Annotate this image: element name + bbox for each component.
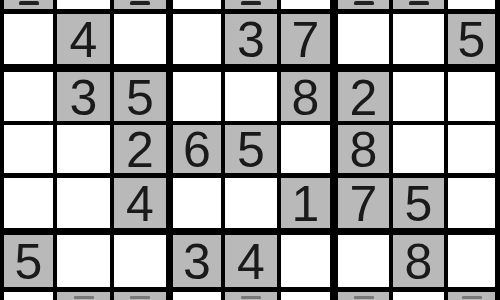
cell-r1-c6 (281, 0, 330, 9)
cell-r2-c9: 5 (448, 14, 495, 64)
cell-r1-c8 (393, 0, 444, 9)
cell-r3-c6: 8 (281, 72, 330, 121)
cell-r4-c9[interactable] (448, 125, 495, 173)
cell-r7-c1 (4, 292, 53, 300)
cell-r2-c3[interactable] (114, 14, 166, 64)
given-digit: 5 (126, 73, 154, 122)
cell-r6-c8: 8 (393, 235, 444, 287)
cell-r6-c5: 4 (225, 235, 277, 287)
cell-r2-c5: 3 (225, 14, 277, 64)
cell-r4-c3: 2 (114, 125, 166, 173)
cell-r7-c3 (114, 292, 166, 300)
cut-off-digit (130, 296, 150, 299)
cell-r5-c6: 1 (281, 178, 330, 228)
cell-r7-c9 (448, 292, 495, 300)
cell-r5-c9[interactable] (448, 178, 495, 228)
given-digit: 5 (458, 15, 486, 64)
cell-r1-c4 (173, 0, 221, 9)
given-digit: 4 (237, 237, 265, 287)
cell-r7-c7 (338, 292, 389, 300)
cut-off-digit (241, 1, 261, 5)
cell-r5-c2[interactable] (57, 178, 110, 228)
given-digit: 2 (350, 73, 378, 122)
cell-r4-c1[interactable] (4, 125, 53, 173)
cell-r1-c7 (338, 0, 389, 9)
cell-r7-c6 (281, 292, 330, 300)
cell-r7-c5 (225, 292, 277, 300)
cell-r7-c2 (57, 292, 110, 300)
cell-r7-c8 (393, 292, 444, 300)
cell-r3-c7: 2 (338, 72, 389, 121)
cell-r2-c2: 4 (57, 14, 110, 64)
cut-off-digit (130, 1, 150, 5)
cut-off-digit (462, 296, 482, 299)
given-digit: 5 (405, 179, 433, 228)
cell-r5-c8: 5 (393, 178, 444, 228)
given-digit: 8 (405, 237, 433, 287)
given-digit: 3 (183, 237, 211, 287)
cell-r4-c6[interactable] (281, 125, 330, 173)
cut-off-digit (409, 1, 429, 5)
given-digit: 2 (126, 125, 154, 173)
cell-r4-c7: 8 (338, 125, 389, 173)
cell-r6-c9[interactable] (448, 235, 495, 287)
cell-r3-c2: 3 (57, 72, 110, 121)
given-digit: 5 (15, 237, 43, 287)
given-digit: 7 (350, 179, 378, 228)
cut-off-digit (354, 296, 374, 299)
given-digit: 3 (70, 73, 98, 122)
cell-r5-c3: 4 (114, 178, 166, 228)
cell-r2-c8[interactable] (393, 14, 444, 64)
cell-r2-c6: 7 (281, 14, 330, 64)
given-digit: 6 (183, 125, 211, 173)
given-digit: 4 (126, 179, 154, 228)
cell-r6-c3[interactable] (114, 235, 166, 287)
cell-r1-c2 (57, 0, 110, 9)
given-digit: 4 (70, 15, 98, 64)
cell-r5-c4[interactable] (173, 178, 221, 228)
given-digit: 8 (350, 125, 378, 173)
cell-r2-c1[interactable] (4, 14, 53, 64)
given-digit: 8 (292, 73, 320, 122)
cut-off-digit (241, 296, 261, 299)
cell-r6-c4: 3 (173, 235, 221, 287)
cell-r5-c7: 7 (338, 178, 389, 228)
cut-off-digit (354, 1, 374, 5)
cell-r6-c2[interactable] (57, 235, 110, 287)
cut-off-digit (74, 296, 94, 299)
cell-r1-c3 (114, 0, 166, 9)
cell-r4-c5: 5 (225, 125, 277, 173)
cell-r3-c5[interactable] (225, 72, 277, 121)
given-digit: 7 (292, 15, 320, 64)
cell-r5-c1[interactable] (4, 178, 53, 228)
cell-r1-c9 (448, 0, 495, 9)
cell-r3-c8[interactable] (393, 72, 444, 121)
cell-r3-c4[interactable] (173, 72, 221, 121)
cell-r6-c6[interactable] (281, 235, 330, 287)
given-digit: 1 (292, 179, 320, 228)
cell-r3-c1[interactable] (4, 72, 53, 121)
cell-r1-c1 (4, 0, 53, 9)
cell-r3-c3: 5 (114, 72, 166, 121)
cell-r2-c7[interactable] (338, 14, 389, 64)
cell-r3-c9[interactable] (448, 72, 495, 121)
sudoku-board: 43753582265841755348 (0, 0, 500, 300)
cell-r1-c5 (225, 0, 277, 9)
given-digit: 5 (237, 125, 265, 173)
cell-r6-c1: 5 (4, 235, 53, 287)
cell-r4-c8[interactable] (393, 125, 444, 173)
cell-r6-c7[interactable] (338, 235, 389, 287)
given-digit: 3 (237, 15, 265, 64)
cut-off-digit (19, 1, 39, 5)
cell-r4-c4: 6 (173, 125, 221, 173)
cell-r2-c4[interactable] (173, 14, 221, 64)
cell-r4-c2[interactable] (57, 125, 110, 173)
cell-r7-c4 (173, 292, 221, 300)
cell-r5-c5[interactable] (225, 178, 277, 228)
